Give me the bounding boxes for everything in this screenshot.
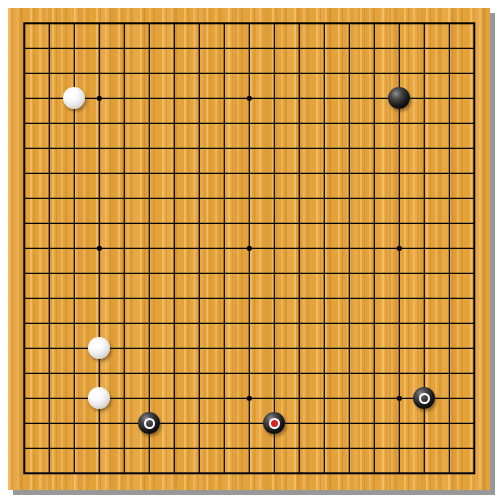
board-intersections	[12, 11, 487, 486]
last-move-red-dot-marker-L3	[269, 418, 280, 429]
stone-black-R4[interactable]	[413, 387, 435, 409]
stone-white-D6[interactable]	[88, 337, 110, 359]
stone-white-C16[interactable]	[63, 87, 85, 109]
circle-marker-F3	[144, 418, 155, 429]
page	[0, 0, 500, 500]
stone-black-L3[interactable]	[263, 412, 285, 434]
go-board[interactable]	[8, 8, 490, 490]
stone-black-Q16[interactable]	[388, 87, 410, 109]
stone-black-F3[interactable]	[138, 412, 160, 434]
stone-white-D4[interactable]	[88, 387, 110, 409]
circle-marker-R4	[419, 393, 430, 404]
